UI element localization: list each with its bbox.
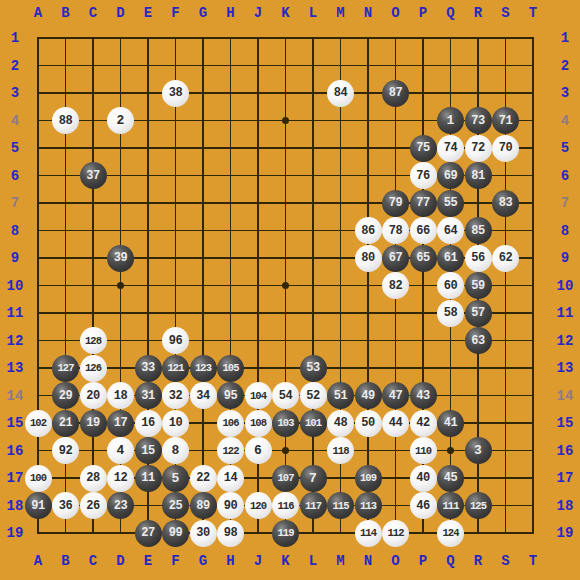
row-label-left: 3 [3, 85, 27, 101]
stone-move-number: 63 [471, 334, 484, 348]
stone-move-number: 1 [447, 113, 455, 128]
stone-D18[interactable]: 23 [107, 492, 134, 519]
column-label-bottom: O [384, 553, 408, 569]
stone-C17[interactable]: 28 [80, 465, 107, 492]
stone-move-number: 65 [416, 251, 429, 265]
stone-R16[interactable]: 3 [465, 437, 492, 464]
stone-move-number: 2 [117, 113, 125, 128]
stone-F14[interactable]: 32 [162, 382, 189, 409]
stone-G13[interactable]: 123 [190, 355, 217, 382]
column-label-bottom: C [81, 553, 105, 569]
row-label-right: 12 [553, 333, 577, 349]
stone-E16[interactable]: 15 [135, 437, 162, 464]
stone-move-number: 6 [254, 443, 262, 458]
row-label-left: 11 [3, 305, 27, 321]
stone-R18[interactable]: 125 [465, 492, 492, 519]
stone-O8[interactable]: 78 [382, 217, 409, 244]
star-point [117, 282, 124, 289]
stone-move-number: 80 [361, 251, 374, 265]
column-label-top: H [219, 5, 243, 21]
stone-L15[interactable]: 101 [300, 410, 327, 437]
stone-move-number: 61 [444, 251, 457, 265]
stone-move-number: 74 [444, 141, 457, 155]
column-label-bottom: T [521, 553, 545, 569]
row-label-right: 11 [553, 305, 577, 321]
stone-move-number: 23 [114, 499, 127, 513]
stone-move-number: 100 [30, 472, 46, 484]
column-label-top: J [246, 5, 270, 21]
stone-R5[interactable]: 72 [465, 135, 492, 162]
stone-C18[interactable]: 26 [80, 492, 107, 519]
stone-move-number: 90 [224, 499, 237, 513]
stone-move-number: 104 [250, 390, 266, 402]
stone-move-number: 92 [59, 444, 72, 458]
stone-move-number: 119 [278, 527, 294, 539]
stone-K15[interactable]: 103 [272, 410, 299, 437]
stone-move-number: 98 [224, 526, 237, 540]
stone-move-number: 125 [470, 500, 486, 512]
stone-J18[interactable]: 120 [245, 492, 272, 519]
column-label-top: S [494, 5, 518, 21]
row-label-left: 1 [3, 30, 27, 46]
stone-Q15[interactable]: 41 [437, 410, 464, 437]
stone-P14[interactable]: 43 [410, 382, 437, 409]
stone-N17[interactable]: 109 [355, 465, 382, 492]
column-label-bottom: D [109, 553, 133, 569]
stone-move-number: 105 [223, 362, 239, 374]
stone-move-number: 60 [444, 279, 457, 293]
stone-move-number: 51 [334, 389, 347, 403]
stone-G17[interactable]: 22 [190, 465, 217, 492]
stone-move-number: 112 [388, 527, 404, 539]
stone-R10[interactable]: 59 [465, 272, 492, 299]
stone-move-number: 110 [415, 445, 431, 457]
stone-move-number: 5 [172, 471, 180, 486]
stone-Q10[interactable]: 60 [437, 272, 464, 299]
stone-C15[interactable]: 19 [80, 410, 107, 437]
stone-R8[interactable]: 85 [465, 217, 492, 244]
stone-Q6[interactable]: 69 [437, 162, 464, 189]
stone-move-number: 53 [306, 361, 319, 375]
star-point [447, 447, 454, 454]
stone-G14[interactable]: 34 [190, 382, 217, 409]
stone-S9[interactable]: 62 [492, 245, 519, 272]
column-label-top: T [521, 5, 545, 21]
stone-move-number: 39 [114, 251, 127, 265]
stone-C13[interactable]: 126 [80, 355, 107, 382]
stone-move-number: 67 [389, 251, 402, 265]
row-label-left: 13 [3, 360, 27, 376]
stone-E15[interactable]: 16 [135, 410, 162, 437]
stone-K14[interactable]: 54 [272, 382, 299, 409]
stone-Q11[interactable]: 58 [437, 300, 464, 327]
stone-C12[interactable]: 128 [80, 327, 107, 354]
column-label-bottom: P [411, 553, 435, 569]
stone-move-number: 64 [444, 224, 457, 238]
stone-L13[interactable]: 53 [300, 355, 327, 382]
stone-R4[interactable]: 73 [465, 107, 492, 134]
stone-move-number: 86 [361, 224, 374, 238]
row-label-left: 17 [3, 470, 27, 486]
stone-move-number: 101 [305, 417, 321, 429]
row-label-left: 15 [3, 415, 27, 431]
stone-S4[interactable]: 71 [492, 107, 519, 134]
stone-J14[interactable]: 104 [245, 382, 272, 409]
grid-line [37, 340, 534, 342]
stone-Q18[interactable]: 111 [437, 492, 464, 519]
stone-O3[interactable]: 87 [382, 80, 409, 107]
stone-H18[interactable]: 90 [217, 492, 244, 519]
stone-move-number: 36 [59, 499, 72, 513]
stone-move-number: 116 [278, 500, 294, 512]
stone-P5[interactable]: 75 [410, 135, 437, 162]
stone-B14[interactable]: 29 [52, 382, 79, 409]
stone-move-number: 47 [389, 389, 402, 403]
grid-line [312, 37, 314, 534]
stone-move-number: 77 [416, 196, 429, 210]
stone-F3[interactable]: 38 [162, 80, 189, 107]
stone-G19[interactable]: 30 [190, 520, 217, 547]
stone-H17[interactable]: 14 [217, 465, 244, 492]
stone-move-number: 81 [471, 169, 484, 183]
stone-G18[interactable]: 89 [190, 492, 217, 519]
row-label-right: 4 [553, 113, 577, 129]
stone-move-number: 50 [361, 416, 374, 430]
stone-E19[interactable]: 27 [135, 520, 162, 547]
stone-move-number: 21 [59, 416, 72, 430]
stone-R12[interactable]: 63 [465, 327, 492, 354]
stone-P9[interactable]: 65 [410, 245, 437, 272]
row-label-right: 16 [553, 443, 577, 459]
stone-move-number: 34 [196, 389, 209, 403]
row-label-right: 6 [553, 168, 577, 184]
stone-O7[interactable]: 79 [382, 190, 409, 217]
go-board[interactable]: AABBCCDDEEFFGGHHJJKKLLMMNNOOPPQQRRSSTT11… [0, 0, 580, 580]
stone-E13[interactable]: 33 [135, 355, 162, 382]
stone-move-number: 85 [471, 224, 484, 238]
stone-M3[interactable]: 84 [327, 80, 354, 107]
row-label-right: 18 [553, 498, 577, 514]
stone-move-number: 109 [360, 472, 376, 484]
column-label-bottom: M [329, 553, 353, 569]
stone-H13[interactable]: 105 [217, 355, 244, 382]
stone-move-number: 124 [443, 527, 459, 539]
column-label-top: P [411, 5, 435, 21]
column-label-top: O [384, 5, 408, 21]
stone-D16[interactable]: 4 [107, 437, 134, 464]
stone-move-number: 62 [499, 251, 512, 265]
stone-F15[interactable]: 10 [162, 410, 189, 437]
stone-move-number: 96 [169, 334, 182, 348]
column-label-top: A [26, 5, 50, 21]
stone-M14[interactable]: 51 [327, 382, 354, 409]
stone-D4[interactable]: 2 [107, 107, 134, 134]
stone-N8[interactable]: 86 [355, 217, 382, 244]
row-label-left: 4 [3, 113, 27, 129]
stone-O19[interactable]: 112 [382, 520, 409, 547]
column-label-top: E [136, 5, 160, 21]
stone-H14[interactable]: 95 [217, 382, 244, 409]
row-label-right: 7 [553, 195, 577, 211]
stone-move-number: 38 [169, 86, 182, 100]
stone-move-number: 42 [416, 416, 429, 430]
stone-move-number: 12 [114, 471, 127, 485]
column-label-top: K [274, 5, 298, 21]
stone-move-number: 55 [444, 196, 457, 210]
column-label-bottom: S [494, 553, 518, 569]
stone-move-number: 32 [169, 389, 182, 403]
stone-Q7[interactable]: 55 [437, 190, 464, 217]
stone-move-number: 4 [117, 443, 125, 458]
stone-S5[interactable]: 70 [492, 135, 519, 162]
stone-move-number: 3 [474, 443, 482, 458]
row-label-left: 14 [3, 388, 27, 404]
stone-P17[interactable]: 40 [410, 465, 437, 492]
column-label-bottom: G [191, 553, 215, 569]
stone-move-number: 122 [223, 445, 239, 457]
star-point [282, 282, 289, 289]
stone-B16[interactable]: 92 [52, 437, 79, 464]
stone-A15[interactable]: 102 [25, 410, 52, 437]
column-label-bottom: F [164, 553, 188, 569]
row-label-left: 8 [3, 223, 27, 239]
stone-move-number: 54 [279, 389, 292, 403]
stone-Q5[interactable]: 74 [437, 135, 464, 162]
stone-move-number: 115 [333, 500, 349, 512]
stone-move-number: 20 [86, 389, 99, 403]
stone-move-number: 43 [416, 389, 429, 403]
stone-O10[interactable]: 82 [382, 272, 409, 299]
star-point [282, 117, 289, 124]
stone-move-number: 7 [309, 471, 317, 486]
stone-Q19[interactable]: 124 [437, 520, 464, 547]
stone-B15[interactable]: 21 [52, 410, 79, 437]
stone-move-number: 73 [471, 114, 484, 128]
stone-P8[interactable]: 66 [410, 217, 437, 244]
stone-move-number: 70 [499, 141, 512, 155]
stone-move-number: 83 [499, 196, 512, 210]
stone-move-number: 71 [499, 114, 512, 128]
row-label-right: 14 [553, 388, 577, 404]
row-label-left: 18 [3, 498, 27, 514]
stone-move-number: 95 [224, 389, 237, 403]
stone-move-number: 46 [416, 499, 429, 513]
stone-move-number: 28 [86, 471, 99, 485]
stone-L14[interactable]: 52 [300, 382, 327, 409]
column-label-top: B [54, 5, 78, 21]
stone-move-number: 82 [389, 279, 402, 293]
stone-O9[interactable]: 67 [382, 245, 409, 272]
stone-F19[interactable]: 99 [162, 520, 189, 547]
stone-move-number: 16 [141, 416, 154, 430]
column-label-bottom: K [274, 553, 298, 569]
stone-move-number: 120 [250, 500, 266, 512]
column-label-top: D [109, 5, 133, 21]
stone-move-number: 79 [389, 196, 402, 210]
stone-move-number: 17 [114, 416, 127, 430]
stone-D15[interactable]: 17 [107, 410, 134, 437]
stone-move-number: 45 [444, 471, 457, 485]
stone-N14[interactable]: 49 [355, 382, 382, 409]
stone-move-number: 117 [305, 500, 321, 512]
stone-C6[interactable]: 37 [80, 162, 107, 189]
stone-D14[interactable]: 18 [107, 382, 134, 409]
stone-move-number: 114 [360, 527, 376, 539]
stone-K18[interactable]: 116 [272, 492, 299, 519]
stone-F18[interactable]: 25 [162, 492, 189, 519]
stone-F12[interactable]: 96 [162, 327, 189, 354]
stone-move-number: 123 [195, 362, 211, 374]
stone-move-number: 26 [86, 499, 99, 513]
stone-P16[interactable]: 110 [410, 437, 437, 464]
row-label-right: 10 [553, 278, 577, 294]
row-label-right: 15 [553, 415, 577, 431]
stone-F13[interactable]: 121 [162, 355, 189, 382]
stone-L17[interactable]: 7 [300, 465, 327, 492]
row-label-left: 12 [3, 333, 27, 349]
stone-H19[interactable]: 98 [217, 520, 244, 547]
stone-H15[interactable]: 106 [217, 410, 244, 437]
column-label-top: N [356, 5, 380, 21]
row-label-right: 1 [553, 30, 577, 46]
stone-L18[interactable]: 117 [300, 492, 327, 519]
stone-R9[interactable]: 56 [465, 245, 492, 272]
stone-move-number: 89 [196, 499, 209, 513]
stone-S7[interactable]: 83 [492, 190, 519, 217]
stone-O14[interactable]: 47 [382, 382, 409, 409]
column-label-top: M [329, 5, 353, 21]
stone-J16[interactable]: 6 [245, 437, 272, 464]
stone-F17[interactable]: 5 [162, 465, 189, 492]
stone-C14[interactable]: 20 [80, 382, 107, 409]
stone-move-number: 99 [169, 526, 182, 540]
stone-M16[interactable]: 118 [327, 437, 354, 464]
row-label-right: 5 [553, 140, 577, 156]
stone-move-number: 108 [250, 417, 266, 429]
stone-move-number: 75 [416, 141, 429, 155]
stone-P7[interactable]: 77 [410, 190, 437, 217]
column-label-top: F [164, 5, 188, 21]
stone-move-number: 78 [389, 224, 402, 238]
stone-move-number: 106 [223, 417, 239, 429]
stone-P15[interactable]: 42 [410, 410, 437, 437]
stone-move-number: 33 [141, 361, 154, 375]
stone-D17[interactable]: 12 [107, 465, 134, 492]
row-label-left: 2 [3, 58, 27, 74]
stone-F16[interactable]: 8 [162, 437, 189, 464]
stone-move-number: 127 [58, 362, 74, 374]
column-label-bottom: Q [439, 553, 463, 569]
stone-E14[interactable]: 31 [135, 382, 162, 409]
stone-move-number: 59 [471, 279, 484, 293]
stone-B13[interactable]: 127 [52, 355, 79, 382]
stone-move-number: 19 [86, 416, 99, 430]
stone-P6[interactable]: 76 [410, 162, 437, 189]
stone-N9[interactable]: 80 [355, 245, 382, 272]
stone-move-number: 29 [59, 389, 72, 403]
column-label-bottom: H [219, 553, 243, 569]
stone-move-number: 37 [86, 169, 99, 183]
stone-move-number: 113 [360, 500, 376, 512]
column-label-top: G [191, 5, 215, 21]
stone-move-number: 40 [416, 471, 429, 485]
stone-move-number: 76 [416, 169, 429, 183]
stone-move-number: 72 [471, 141, 484, 155]
stone-O15[interactable]: 44 [382, 410, 409, 437]
stone-J15[interactable]: 108 [245, 410, 272, 437]
column-label-bottom: L [301, 553, 325, 569]
stone-P18[interactable]: 46 [410, 492, 437, 519]
stone-move-number: 11 [141, 471, 154, 485]
stone-Q17[interactable]: 45 [437, 465, 464, 492]
stone-D9[interactable]: 39 [107, 245, 134, 272]
stone-move-number: 14 [224, 471, 237, 485]
stone-R6[interactable]: 81 [465, 162, 492, 189]
stone-move-number: 10 [169, 416, 182, 430]
stone-Q9[interactable]: 61 [437, 245, 464, 272]
stone-H16[interactable]: 122 [217, 437, 244, 464]
stone-N18[interactable]: 113 [355, 492, 382, 519]
row-label-left: 7 [3, 195, 27, 211]
stone-B18[interactable]: 36 [52, 492, 79, 519]
stone-K19[interactable]: 119 [272, 520, 299, 547]
row-label-right: 17 [553, 470, 577, 486]
stone-E17[interactable]: 11 [135, 465, 162, 492]
stone-move-number: 58 [444, 306, 457, 320]
column-label-bottom: R [466, 553, 490, 569]
stone-M15[interactable]: 48 [327, 410, 354, 437]
stone-move-number: 25 [169, 499, 182, 513]
grid-line [532, 37, 534, 534]
stone-K17[interactable]: 107 [272, 465, 299, 492]
stone-Q8[interactable]: 64 [437, 217, 464, 244]
stone-move-number: 66 [416, 224, 429, 238]
row-label-left: 9 [3, 250, 27, 266]
row-label-right: 9 [553, 250, 577, 266]
stone-N15[interactable]: 50 [355, 410, 382, 437]
row-label-right: 19 [553, 525, 577, 541]
column-label-bottom: A [26, 553, 50, 569]
row-label-left: 6 [3, 168, 27, 184]
stone-move-number: 41 [444, 416, 457, 430]
stone-move-number: 103 [278, 417, 294, 429]
stone-move-number: 111 [443, 500, 459, 512]
stone-move-number: 56 [471, 251, 484, 265]
stone-Q4[interactable]: 1 [437, 107, 464, 134]
stone-A18[interactable]: 91 [25, 492, 52, 519]
stone-M18[interactable]: 115 [327, 492, 354, 519]
grid-line [37, 367, 534, 369]
stone-B4[interactable]: 88 [52, 107, 79, 134]
column-label-top: C [81, 5, 105, 21]
stone-move-number: 22 [196, 471, 209, 485]
stone-move-number: 27 [141, 526, 154, 540]
stone-move-number: 87 [389, 86, 402, 100]
stone-move-number: 18 [114, 389, 127, 403]
stone-move-number: 30 [196, 526, 209, 540]
stone-A17[interactable]: 100 [25, 465, 52, 492]
row-label-left: 16 [3, 443, 27, 459]
column-label-bottom: B [54, 553, 78, 569]
stone-move-number: 128 [85, 335, 101, 347]
row-label-right: 13 [553, 360, 577, 376]
column-label-bottom: E [136, 553, 160, 569]
stone-move-number: 107 [278, 472, 294, 484]
row-label-left: 10 [3, 278, 27, 294]
stone-N19[interactable]: 114 [355, 520, 382, 547]
stone-R11[interactable]: 57 [465, 300, 492, 327]
stone-move-number: 57 [471, 306, 484, 320]
